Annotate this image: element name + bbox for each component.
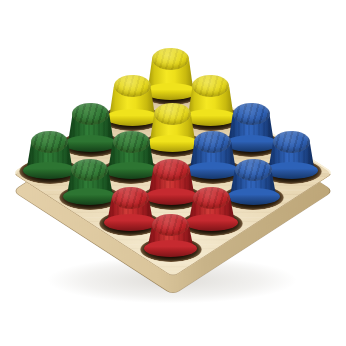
photo-stage (0, 0, 346, 346)
peg-cap (233, 103, 270, 125)
peg-brim (144, 240, 197, 257)
pegs-layer (0, 0, 346, 346)
peg-red-r3c3[interactable] (140, 202, 202, 264)
peg-cap (152, 48, 189, 70)
